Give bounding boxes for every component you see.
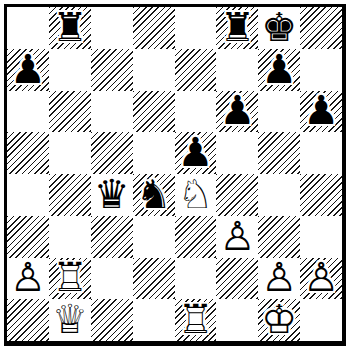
black-queen: ♛♛ <box>91 174 133 216</box>
white-rook-glyph: ♖ <box>52 258 88 298</box>
square-a5[interactable] <box>7 132 49 174</box>
square-f7[interactable] <box>216 49 258 91</box>
black-queen-glyph: ♛ <box>94 174 130 214</box>
square-h3[interactable] <box>300 216 342 258</box>
square-g2[interactable]: ♟♙ <box>258 258 300 300</box>
black-pawn-glyph: ♟ <box>261 49 297 89</box>
square-f4[interactable] <box>216 174 258 216</box>
white-knight-glyph: ♘ <box>178 174 214 214</box>
black-knight: ♞♞ <box>133 174 175 216</box>
square-b2[interactable]: ♜♖ <box>49 258 91 300</box>
white-knight: ♞♘ <box>175 174 217 216</box>
black-pawn: ♟♟ <box>7 49 49 91</box>
black-knight-glyph: ♞ <box>136 174 172 214</box>
black-king-glyph: ♚ <box>261 7 297 47</box>
black-rook: ♜♜ <box>216 7 258 49</box>
square-a2[interactable]: ♟♙ <box>7 258 49 300</box>
white-king-glyph: ♔ <box>261 299 297 339</box>
black-pawn-glyph: ♟ <box>303 91 339 131</box>
square-f5[interactable] <box>216 132 258 174</box>
square-b7[interactable] <box>49 49 91 91</box>
square-f6[interactable]: ♟♟ <box>216 91 258 133</box>
white-pawn-glyph: ♙ <box>219 216 255 256</box>
square-d1[interactable] <box>133 299 175 341</box>
square-b4[interactable] <box>49 174 91 216</box>
square-h2[interactable]: ♟♙ <box>300 258 342 300</box>
white-pawn-glyph: ♙ <box>10 258 46 298</box>
white-queen-glyph: ♕ <box>52 299 88 339</box>
white-king: ♚♔ <box>258 299 300 341</box>
black-pawn: ♟♟ <box>300 91 342 133</box>
square-d2[interactable] <box>133 258 175 300</box>
white-pawn: ♟♙ <box>216 216 258 258</box>
square-b8[interactable]: ♜♜ <box>49 7 91 49</box>
square-a3[interactable] <box>7 216 49 258</box>
square-e8[interactable] <box>175 7 217 49</box>
square-c7[interactable] <box>91 49 133 91</box>
square-a8[interactable] <box>7 7 49 49</box>
square-f8[interactable]: ♜♜ <box>216 7 258 49</box>
square-a1[interactable] <box>7 299 49 341</box>
white-pawn: ♟♙ <box>258 258 300 300</box>
square-g3[interactable] <box>258 216 300 258</box>
square-b1[interactable]: ♛♕ <box>49 299 91 341</box>
square-a6[interactable] <box>7 91 49 133</box>
square-d8[interactable] <box>133 7 175 49</box>
square-e4[interactable]: ♞♘ <box>175 174 217 216</box>
white-pawn: ♟♙ <box>7 258 49 300</box>
black-pawn-glyph: ♟ <box>10 49 46 89</box>
square-h6[interactable]: ♟♟ <box>300 91 342 133</box>
square-a4[interactable] <box>7 174 49 216</box>
square-h8[interactable] <box>300 7 342 49</box>
square-h7[interactable] <box>300 49 342 91</box>
square-d3[interactable] <box>133 216 175 258</box>
square-h1[interactable] <box>300 299 342 341</box>
black-pawn: ♟♟ <box>258 49 300 91</box>
square-a7[interactable]: ♟♟ <box>7 49 49 91</box>
square-e7[interactable] <box>175 49 217 91</box>
black-pawn-glyph: ♟ <box>219 91 255 131</box>
square-f1[interactable] <box>216 299 258 341</box>
white-rook-glyph: ♖ <box>178 299 214 339</box>
square-c1[interactable] <box>91 299 133 341</box>
black-rook-glyph: ♜ <box>52 7 88 47</box>
square-f3[interactable]: ♟♙ <box>216 216 258 258</box>
chessboard-frame: ♜♜♜♜♚♚♟♟♟♟♟♟♟♟♟♟♛♛♞♞♞♘♟♙♟♙♜♖♟♙♟♙♛♕♜♖♚♔ <box>0 0 350 350</box>
square-g4[interactable] <box>258 174 300 216</box>
white-pawn-glyph: ♙ <box>303 258 339 298</box>
square-h5[interactable] <box>300 132 342 174</box>
square-d7[interactable] <box>133 49 175 91</box>
white-rook: ♜♖ <box>175 299 217 341</box>
square-d4[interactable]: ♞♞ <box>133 174 175 216</box>
square-g5[interactable] <box>258 132 300 174</box>
square-e3[interactable] <box>175 216 217 258</box>
square-e6[interactable] <box>175 91 217 133</box>
square-g8[interactable]: ♚♚ <box>258 7 300 49</box>
square-h4[interactable] <box>300 174 342 216</box>
square-c3[interactable] <box>91 216 133 258</box>
black-pawn: ♟♟ <box>175 132 217 174</box>
black-king: ♚♚ <box>258 7 300 49</box>
square-f2[interactable] <box>216 258 258 300</box>
black-pawn-glyph: ♟ <box>178 132 214 172</box>
black-pawn: ♟♟ <box>216 91 258 133</box>
white-pawn: ♟♙ <box>300 258 342 300</box>
white-pawn-glyph: ♙ <box>261 258 297 298</box>
square-e2[interactable] <box>175 258 217 300</box>
square-b3[interactable] <box>49 216 91 258</box>
white-queen: ♛♕ <box>49 299 91 341</box>
square-e5[interactable]: ♟♟ <box>175 132 217 174</box>
square-c8[interactable] <box>91 7 133 49</box>
square-c6[interactable] <box>91 91 133 133</box>
square-e1[interactable]: ♜♖ <box>175 299 217 341</box>
chessboard: ♜♜♜♜♚♚♟♟♟♟♟♟♟♟♟♟♛♛♞♞♞♘♟♙♟♙♜♖♟♙♟♙♛♕♜♖♚♔ <box>4 4 346 346</box>
square-c5[interactable] <box>91 132 133 174</box>
white-rook: ♜♖ <box>49 258 91 300</box>
square-b6[interactable] <box>49 91 91 133</box>
square-d5[interactable] <box>133 132 175 174</box>
square-d6[interactable] <box>133 91 175 133</box>
square-g6[interactable] <box>258 91 300 133</box>
square-g7[interactable]: ♟♟ <box>258 49 300 91</box>
square-b5[interactable] <box>49 132 91 174</box>
square-g1[interactable]: ♚♔ <box>258 299 300 341</box>
square-c2[interactable] <box>91 258 133 300</box>
black-rook: ♜♜ <box>49 7 91 49</box>
black-rook-glyph: ♜ <box>219 7 255 47</box>
square-c4[interactable]: ♛♛ <box>91 174 133 216</box>
